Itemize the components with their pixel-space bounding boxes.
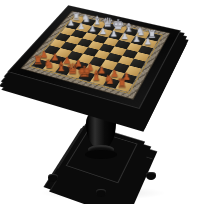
copper-bishop: ♝ xyxy=(91,69,103,83)
bun-foot-right xyxy=(146,172,156,180)
product-photo: ♜♞♝♛♚♝♞♜♟♟♟♟♟♟♟♟♟♟♟♟♟♟♟♟♜♞♝♛♚♝♞♜ xyxy=(0,0,198,204)
copper-rook: ♜ xyxy=(116,77,127,89)
silver-pawn: ♟ xyxy=(89,24,97,33)
copper-rook: ♜ xyxy=(33,55,43,67)
square-h7: ♟ xyxy=(142,39,157,48)
bun-foot-front xyxy=(96,189,106,197)
chess-table: ♜♞♝♛♚♝♞♜♟♟♟♟♟♟♟♟♟♟♟♟♟♟♟♟♜♞♝♛♚♝♞♜ xyxy=(0,0,198,204)
square-h1: ♜ xyxy=(115,81,132,92)
silver-pawn: ♟ xyxy=(144,37,152,46)
square-e5 xyxy=(99,43,115,52)
silver-pawn: ♟ xyxy=(110,29,118,38)
silver-pawn: ♟ xyxy=(133,35,141,44)
silver-pawn: ♟ xyxy=(121,32,129,41)
bun-foot-left xyxy=(48,174,58,182)
silver-pawn: ♟ xyxy=(99,27,107,36)
square-f6 xyxy=(115,40,131,49)
column-foot-disc xyxy=(85,150,117,159)
copper-knight: ♞ xyxy=(104,74,115,87)
silver-pawn: ♟ xyxy=(78,22,86,31)
square-c4 xyxy=(72,44,88,53)
square-h4 xyxy=(129,59,145,69)
silver-pawn: ♟ xyxy=(67,19,75,27)
square-h5 xyxy=(134,52,150,62)
copper-knight: ♞ xyxy=(44,58,55,70)
square-d4 xyxy=(83,47,99,57)
board-grid: ♜♞♝♛♚♝♞♜♟♟♟♟♟♟♟♟♟♟♟♟♟♟♟♟♜♞♝♛♚♝♞♜ xyxy=(32,16,161,92)
